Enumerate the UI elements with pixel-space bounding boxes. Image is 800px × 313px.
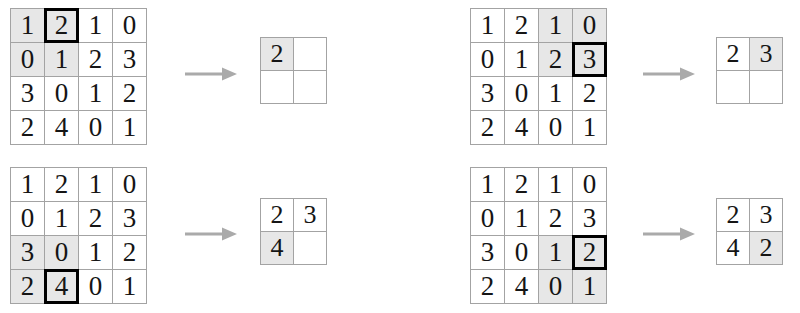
input-cell: 1 (539, 236, 572, 269)
input-cell: 0 (505, 236, 538, 269)
output-cell: 3 (750, 199, 782, 231)
input-cell: 2 (113, 77, 146, 110)
input-cell: 0 (113, 9, 146, 42)
input-cell: 0 (45, 77, 78, 110)
input-cell: 3 (573, 202, 606, 235)
arrow-icon (184, 226, 238, 242)
output-grid-step4: 2 3 4 2 (716, 198, 783, 265)
input-cell: 2 (505, 9, 538, 42)
input-cell: 2 (11, 270, 44, 303)
input-cell: 2 (471, 111, 504, 144)
input-cell: 1 (79, 168, 112, 201)
output-cell (750, 71, 782, 103)
output-cell (261, 71, 293, 103)
output-cell: 4 (261, 232, 293, 264)
input-cell: 1 (79, 9, 112, 42)
input-grid-step4: 1 2 1 0 0 1 2 3 3 0 1 2 2 4 0 1 (470, 167, 607, 304)
input-cell-max: 2 (45, 9, 78, 42)
output-cell: 2 (717, 38, 749, 70)
input-cell: 0 (471, 202, 504, 235)
input-cell: 1 (79, 236, 112, 269)
input-cell: 1 (45, 43, 78, 76)
output-grid-step3: 2 3 4 (260, 198, 327, 265)
input-cell: 3 (113, 202, 146, 235)
input-cell: 1 (471, 9, 504, 42)
input-cell: 0 (573, 9, 606, 42)
input-cell: 0 (79, 270, 112, 303)
input-cell: 0 (11, 43, 44, 76)
output-cell: 3 (294, 199, 326, 231)
input-grid-step1: 1 2 1 0 0 1 2 3 3 0 1 2 2 4 0 1 (10, 8, 147, 145)
input-cell: 0 (573, 168, 606, 201)
input-cell: 1 (539, 168, 572, 201)
input-cell: 2 (539, 43, 572, 76)
input-cell: 1 (79, 77, 112, 110)
output-grid-step2: 2 3 (716, 37, 783, 104)
output-cell: 3 (750, 38, 782, 70)
arrow-icon (642, 66, 696, 82)
input-cell: 4 (505, 111, 538, 144)
input-cell-max: 4 (45, 270, 78, 303)
input-cell: 1 (113, 270, 146, 303)
output-cell: 2 (750, 232, 782, 264)
input-cell: 1 (573, 111, 606, 144)
input-cell: 2 (573, 77, 606, 110)
output-cell (717, 71, 749, 103)
input-cell: 1 (505, 43, 538, 76)
input-grid-step2: 1 2 1 0 0 1 2 3 3 0 1 2 2 4 0 1 (470, 8, 607, 145)
input-cell: 2 (11, 111, 44, 144)
input-cell: 2 (113, 236, 146, 269)
input-cell: 0 (505, 77, 538, 110)
input-cell-max: 3 (573, 43, 606, 76)
input-cell-max: 2 (573, 236, 606, 269)
input-cell: 0 (79, 111, 112, 144)
input-cell: 4 (505, 270, 538, 303)
input-cell: 2 (79, 43, 112, 76)
output-cell: 2 (717, 199, 749, 231)
output-cell: 2 (261, 199, 293, 231)
input-cell: 2 (45, 168, 78, 201)
input-cell: 1 (11, 168, 44, 201)
output-grid-step1: 2 (260, 37, 327, 104)
input-cell: 2 (79, 202, 112, 235)
input-cell: 1 (45, 202, 78, 235)
input-cell: 0 (45, 236, 78, 269)
input-cell: 3 (471, 236, 504, 269)
input-cell: 1 (539, 9, 572, 42)
input-cell: 3 (471, 77, 504, 110)
input-cell: 3 (11, 77, 44, 110)
arrow-icon (184, 66, 238, 82)
input-cell: 0 (471, 43, 504, 76)
input-cell: 3 (11, 236, 44, 269)
input-cell: 1 (471, 168, 504, 201)
input-cell: 1 (573, 270, 606, 303)
input-cell: 2 (539, 202, 572, 235)
input-cell: 2 (471, 270, 504, 303)
max-pooling-figure: 1 2 1 0 0 1 2 3 3 0 1 2 2 4 0 1 2 1 2 1 … (0, 0, 800, 313)
input-cell: 1 (539, 77, 572, 110)
output-cell (294, 71, 326, 103)
input-cell: 1 (113, 111, 146, 144)
output-cell (294, 232, 326, 264)
input-cell: 0 (11, 202, 44, 235)
output-cell: 2 (261, 38, 293, 70)
input-cell: 0 (539, 270, 572, 303)
input-cell: 4 (45, 111, 78, 144)
output-cell (294, 38, 326, 70)
input-cell: 1 (505, 202, 538, 235)
input-grid-step3: 1 2 1 0 0 1 2 3 3 0 1 2 2 4 0 1 (10, 167, 147, 304)
input-cell: 0 (539, 111, 572, 144)
input-cell: 1 (11, 9, 44, 42)
input-cell: 2 (505, 168, 538, 201)
output-cell: 4 (717, 232, 749, 264)
arrow-icon (642, 226, 696, 242)
input-cell: 0 (113, 168, 146, 201)
input-cell: 3 (113, 43, 146, 76)
